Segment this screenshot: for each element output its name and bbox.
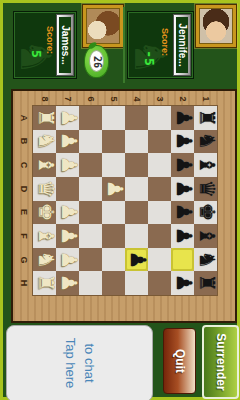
file-label-H: H bbox=[16, 271, 31, 295]
square-H8[interactable]: ♜ bbox=[33, 271, 56, 295]
board-grid: ♜♟♟♜♞♟♟♞♝♟♟♝♛♟♟♛♚♟♟♚♝♟♟♝♞♟♟♞♜♟♟♜ bbox=[33, 106, 217, 295]
white-queen: ♛ bbox=[34, 179, 55, 198]
white-knight: ♞ bbox=[34, 250, 55, 269]
surrender-button-label: Surrender bbox=[214, 333, 228, 390]
square-A2[interactable]: ♟ bbox=[171, 106, 194, 130]
square-E5[interactable] bbox=[102, 201, 125, 225]
move-timer-clock: 26 bbox=[84, 45, 109, 78]
square-D2[interactable]: ♟ bbox=[171, 177, 194, 201]
square-G7[interactable]: ♟ bbox=[56, 248, 79, 272]
white-pawn: ♟ bbox=[57, 203, 78, 222]
square-B6[interactable] bbox=[79, 130, 102, 154]
black-bishop: ♝ bbox=[195, 227, 216, 246]
app-background: ♞ Score: 5 James... 26 ♞ Score: -5 Jenni… bbox=[3, 3, 237, 397]
white-king: ♚ bbox=[34, 203, 55, 222]
square-G3[interactable] bbox=[148, 248, 171, 272]
rank-label-7: 7 bbox=[56, 92, 79, 105]
square-B7[interactable]: ♟ bbox=[56, 130, 79, 154]
file-labels: ABCDEFGH bbox=[16, 106, 31, 295]
square-D5[interactable]: ♟ bbox=[102, 177, 125, 201]
screen: { "game": "chess", "position": { "fen": … bbox=[0, 0, 240, 400]
file-label-F: F bbox=[16, 224, 31, 248]
black-queen: ♛ bbox=[195, 179, 216, 198]
square-F5[interactable] bbox=[102, 224, 125, 248]
square-E6[interactable] bbox=[79, 201, 102, 225]
square-E2[interactable]: ♟ bbox=[171, 201, 194, 225]
white-pawn: ♟ bbox=[57, 227, 78, 246]
square-D8[interactable]: ♛ bbox=[33, 177, 56, 201]
square-C1[interactable]: ♝ bbox=[194, 153, 217, 177]
chat-hint-line2: to chat bbox=[82, 343, 97, 382]
square-A6[interactable] bbox=[79, 106, 102, 130]
rank-label-6: 6 bbox=[79, 92, 102, 105]
avatar-black-player bbox=[196, 5, 236, 47]
square-H2[interactable]: ♟ bbox=[171, 271, 194, 295]
clock-time: 26 bbox=[91, 55, 102, 67]
square-A8[interactable]: ♜ bbox=[33, 106, 56, 130]
square-B3[interactable] bbox=[148, 130, 171, 154]
square-F1[interactable]: ♝ bbox=[194, 224, 217, 248]
score-label: Score: bbox=[45, 26, 55, 54]
square-C5[interactable] bbox=[102, 153, 125, 177]
square-A3[interactable] bbox=[148, 106, 171, 130]
file-label-C: C bbox=[16, 153, 31, 177]
square-D7[interactable] bbox=[56, 177, 79, 201]
square-F7[interactable]: ♟ bbox=[56, 224, 79, 248]
black-pawn: ♟ bbox=[172, 227, 193, 246]
square-H6[interactable] bbox=[79, 271, 102, 295]
white-rook: ♜ bbox=[34, 108, 55, 127]
rank-label-1: 1 bbox=[194, 92, 217, 105]
black-pawn: ♟ bbox=[172, 179, 193, 198]
white-pawn: ♟ bbox=[57, 132, 78, 151]
player-name-bar: Jennife... bbox=[173, 14, 191, 76]
white-bishop: ♝ bbox=[34, 156, 55, 175]
rank-label-3: 3 bbox=[148, 92, 171, 105]
square-C6[interactable] bbox=[79, 153, 102, 177]
chess-board: 87654321 ABCDEFGH ♜♟♟♜♞♟♟♞♝♟♟♝♛♟♟♛♚♟♟♚♝♟… bbox=[11, 89, 237, 323]
square-F2[interactable]: ♟ bbox=[171, 224, 194, 248]
square-F4[interactable] bbox=[125, 224, 148, 248]
rank-label-2: 2 bbox=[171, 92, 194, 105]
rank-label-5: 5 bbox=[102, 92, 125, 105]
black-knight: ♞ bbox=[195, 250, 216, 269]
score-label: Score: bbox=[160, 28, 170, 56]
black-rook: ♜ bbox=[195, 274, 216, 293]
square-D3[interactable] bbox=[148, 177, 171, 201]
square-H3[interactable] bbox=[148, 271, 171, 295]
square-G1[interactable]: ♞ bbox=[194, 248, 217, 272]
square-G2[interactable] bbox=[171, 248, 194, 272]
square-A7[interactable]: ♟ bbox=[56, 106, 79, 130]
square-E3[interactable] bbox=[148, 201, 171, 225]
file-label-G: G bbox=[16, 248, 31, 272]
square-B2[interactable]: ♟ bbox=[171, 130, 194, 154]
white-pawn: ♟ bbox=[57, 250, 78, 269]
square-C8[interactable]: ♝ bbox=[33, 153, 56, 177]
surrender-button[interactable]: Surrender bbox=[202, 325, 239, 399]
square-E7[interactable]: ♟ bbox=[56, 201, 79, 225]
avatar-white-player bbox=[83, 5, 123, 47]
avatar-photo bbox=[200, 9, 232, 43]
player-panel-white: ♞ Score: 5 James... bbox=[13, 11, 77, 79]
white-pawn: ♟ bbox=[57, 108, 78, 127]
square-G4[interactable]: ♟ bbox=[125, 248, 148, 272]
square-F8[interactable]: ♝ bbox=[33, 224, 56, 248]
square-B4[interactable] bbox=[125, 130, 148, 154]
rank-labels: 87654321 bbox=[33, 92, 217, 105]
file-label-D: D bbox=[16, 177, 31, 201]
square-F3[interactable] bbox=[148, 224, 171, 248]
chat-hint-line1: Tap here bbox=[63, 338, 78, 389]
file-label-A: A bbox=[16, 106, 31, 130]
white-bishop: ♝ bbox=[34, 227, 55, 246]
quit-button[interactable]: Quit bbox=[163, 328, 196, 394]
quit-button-label: Quit bbox=[173, 349, 187, 373]
black-pawn: ♟ bbox=[172, 108, 193, 127]
player-name: James... bbox=[60, 25, 71, 64]
white-pawn: ♟ bbox=[57, 156, 78, 175]
score-value: 5 bbox=[29, 50, 44, 58]
square-A1[interactable]: ♜ bbox=[194, 106, 217, 130]
square-D4[interactable] bbox=[125, 177, 148, 201]
black-pawn: ♟ bbox=[172, 156, 193, 175]
square-G8[interactable]: ♞ bbox=[33, 248, 56, 272]
square-G6[interactable] bbox=[79, 248, 102, 272]
player-name: Jennife... bbox=[177, 23, 188, 66]
black-pawn: ♟ bbox=[172, 203, 193, 222]
black-pawn: ♟ bbox=[172, 132, 193, 151]
black-pawn: ♟ bbox=[172, 274, 193, 293]
file-label-B: B bbox=[16, 130, 31, 154]
black-rook: ♜ bbox=[195, 108, 216, 127]
rank-label-4: 4 bbox=[125, 92, 148, 105]
score-value: -5 bbox=[142, 50, 157, 66]
square-B5[interactable] bbox=[102, 130, 125, 154]
rank-label-8: 8 bbox=[33, 92, 56, 105]
file-label-E: E bbox=[16, 201, 31, 225]
chat-box[interactable]: Tap here to chat bbox=[6, 325, 153, 400]
white-pawn: ♟ bbox=[57, 274, 78, 293]
square-E4[interactable] bbox=[125, 201, 148, 225]
black-king: ♚ bbox=[195, 203, 216, 222]
avatar-photo bbox=[87, 9, 119, 43]
white-knight: ♞ bbox=[34, 132, 55, 151]
square-D6[interactable] bbox=[79, 177, 102, 201]
square-E8[interactable]: ♚ bbox=[33, 201, 56, 225]
player-name-bar: James... bbox=[56, 14, 74, 76]
square-F6[interactable] bbox=[79, 224, 102, 248]
square-H1[interactable]: ♜ bbox=[194, 271, 217, 295]
square-C2[interactable]: ♟ bbox=[171, 153, 194, 177]
square-D1[interactable]: ♛ bbox=[194, 177, 217, 201]
square-H4[interactable] bbox=[125, 271, 148, 295]
square-C3[interactable] bbox=[148, 153, 171, 177]
square-H7[interactable]: ♟ bbox=[56, 271, 79, 295]
player-panel-black: ♞ Score: -5 Jennife... bbox=[127, 11, 194, 79]
black-knight: ♞ bbox=[195, 132, 216, 151]
square-A4[interactable] bbox=[125, 106, 148, 130]
square-C4[interactable] bbox=[125, 153, 148, 177]
square-A5[interactable] bbox=[102, 106, 125, 130]
square-H5[interactable] bbox=[102, 271, 125, 295]
white-rook: ♜ bbox=[34, 274, 55, 293]
black-pawn: ♟ bbox=[126, 250, 147, 269]
square-G5[interactable] bbox=[102, 248, 125, 272]
black-bishop: ♝ bbox=[195, 156, 216, 175]
square-B1[interactable]: ♞ bbox=[194, 130, 217, 154]
square-B8[interactable]: ♞ bbox=[33, 130, 56, 154]
white-pawn: ♟ bbox=[103, 179, 124, 198]
square-C7[interactable]: ♟ bbox=[56, 153, 79, 177]
square-E1[interactable]: ♚ bbox=[194, 201, 217, 225]
